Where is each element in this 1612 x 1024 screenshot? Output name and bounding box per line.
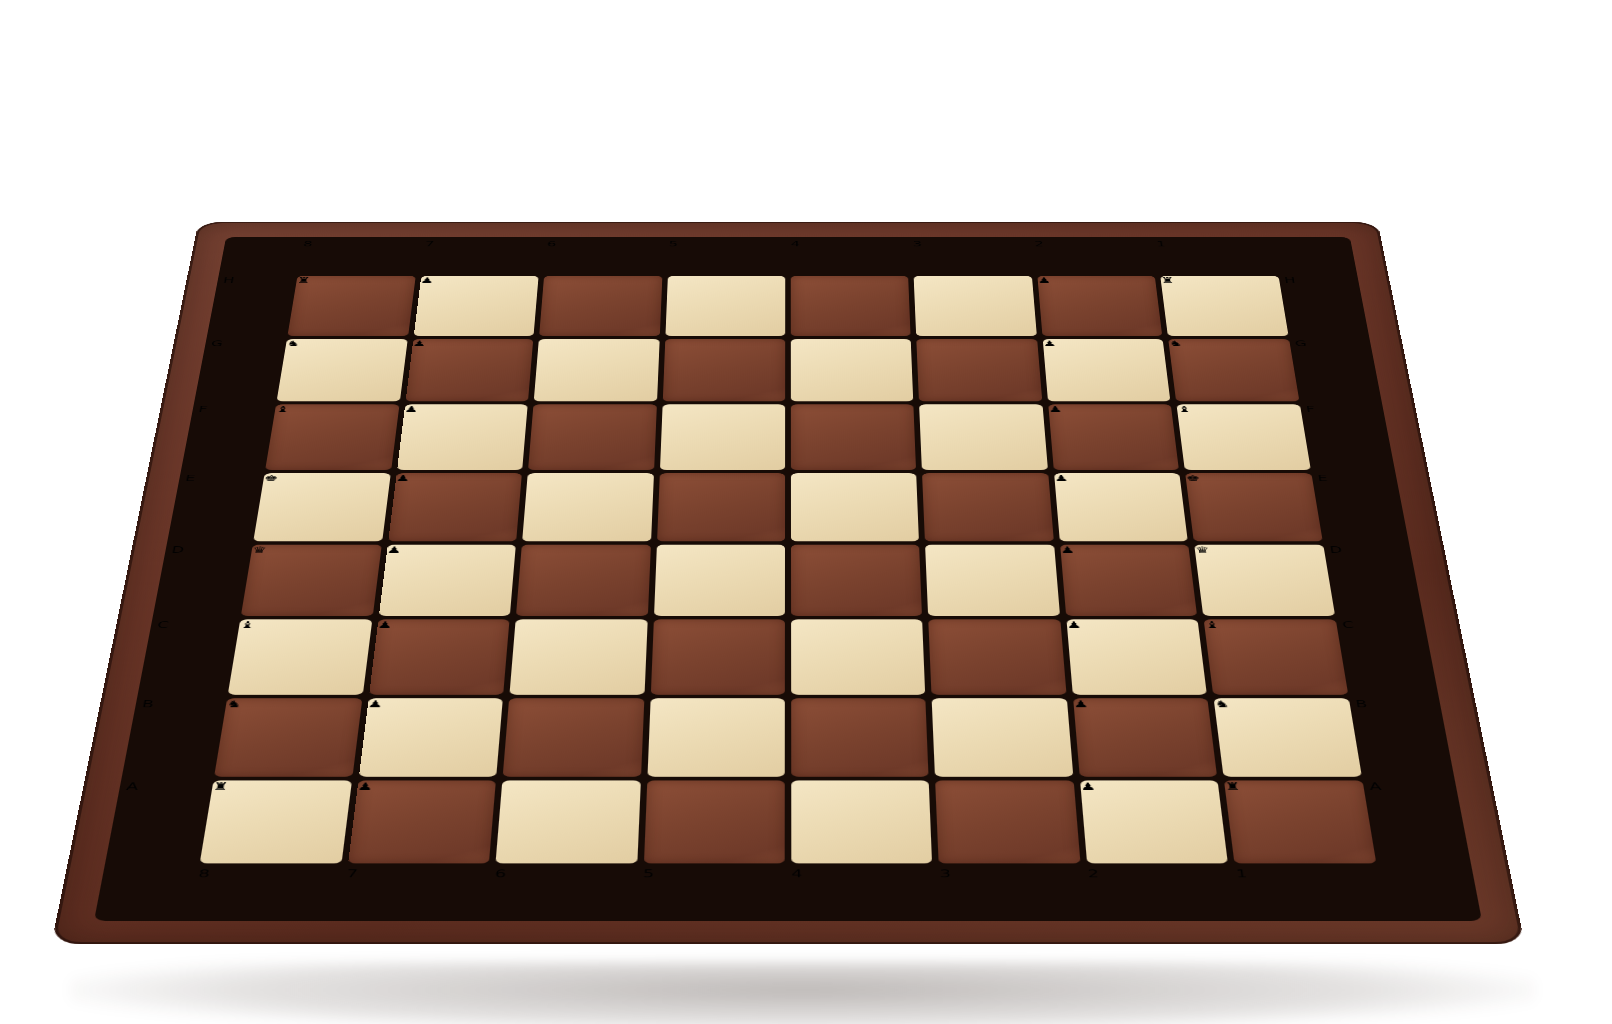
left-band-file-g: G <box>200 339 282 402</box>
square-a1[interactable]: ♜ <box>1224 781 1376 864</box>
rank-label-5: 5 <box>643 867 785 880</box>
square-h1[interactable]: ♜ <box>1160 276 1288 336</box>
rank-label-6: 6 <box>547 240 664 249</box>
square-e3[interactable] <box>922 473 1053 541</box>
square-e2[interactable]: ♟ <box>1054 473 1188 541</box>
square-f7[interactable]: ♟ <box>397 404 528 469</box>
square-d5[interactable] <box>654 545 785 617</box>
rank-label-1: 1 <box>1235 867 1378 880</box>
rank-label-5: 5 <box>669 240 786 249</box>
file-label-f: F <box>1305 404 1378 414</box>
band-corner <box>1278 240 1352 274</box>
square-f6[interactable] <box>528 404 656 469</box>
square-g7[interactable]: ♟ <box>405 339 533 402</box>
square-e7[interactable]: ♟ <box>388 473 522 541</box>
square-b3[interactable] <box>932 698 1073 777</box>
black-knight[interactable]: ♞ <box>286 339 301 348</box>
square-b5[interactable] <box>647 698 785 777</box>
black-queen[interactable]: ♛ <box>251 545 267 555</box>
square-c4[interactable] <box>791 620 926 695</box>
square-a4[interactable] <box>791 781 932 864</box>
band-corner <box>101 867 192 917</box>
black-knight[interactable]: ♞ <box>226 698 243 709</box>
square-d1[interactable]: ♛ <box>1194 545 1334 617</box>
rank-label-2: 2 <box>1087 867 1230 880</box>
square-g2[interactable]: ♟ <box>1043 339 1171 402</box>
square-a8[interactable]: ♜ <box>200 781 352 864</box>
bottom-band-rank-7: 7 <box>341 867 489 917</box>
square-a7[interactable]: ♟ <box>348 781 496 864</box>
top-band-rank-5: 5 <box>668 240 786 274</box>
square-c5[interactable] <box>650 620 784 695</box>
right-band-file-c: C <box>1341 620 1432 695</box>
left-band-file-h: H <box>213 276 293 336</box>
square-f3[interactable] <box>919 404 1047 469</box>
square-a3[interactable] <box>936 781 1081 864</box>
white-pawn[interactable]: ♟ <box>1054 473 1069 483</box>
square-g4[interactable] <box>791 339 914 402</box>
white-knight[interactable]: ♞ <box>1214 698 1231 709</box>
piece-shadow <box>395 473 396 483</box>
square-d6[interactable] <box>516 545 650 617</box>
chess-board: 87654321H♜♟♟♜HG♞♟♟♞GF♝♟♟♝FE♚♟♟♚ED♛♟♟♛DC♝… <box>51 222 1525 944</box>
white-pawn[interactable]: ♟ <box>1060 545 1075 555</box>
rank-label-8: 8 <box>302 240 420 249</box>
rank-label-4: 4 <box>791 867 933 880</box>
left-band-file-e: E <box>173 473 259 541</box>
square-h4[interactable] <box>791 276 911 336</box>
black-pawn[interactable]: ♟ <box>404 404 419 414</box>
square-h5[interactable] <box>665 276 785 336</box>
left-band-file-f: F <box>187 404 271 469</box>
white-knight[interactable]: ♞ <box>1168 339 1183 348</box>
right-band-file-a: A <box>1368 781 1464 864</box>
rank-label-6: 6 <box>494 867 636 880</box>
file-label-h: H <box>1284 276 1354 285</box>
file-label-a: A <box>125 781 207 793</box>
square-g6[interactable] <box>534 339 659 402</box>
square-b4[interactable] <box>791 698 929 777</box>
square-e6[interactable] <box>522 473 653 541</box>
top-band-rank-1: 1 <box>1156 240 1278 274</box>
left-band-file-a: A <box>112 781 208 864</box>
white-rook[interactable]: ♜ <box>1224 781 1241 793</box>
square-d3[interactable] <box>925 545 1059 617</box>
square-f5[interactable] <box>660 404 786 469</box>
top-band-rank-6: 6 <box>545 240 664 274</box>
square-f8[interactable]: ♝ <box>266 404 400 469</box>
file-label-a: A <box>1368 781 1450 793</box>
square-b8[interactable]: ♞ <box>215 698 363 777</box>
file-label-d: D <box>1329 545 1405 555</box>
square-c8[interactable]: ♝ <box>228 620 372 695</box>
bottom-band-rank-2: 2 <box>1087 867 1235 917</box>
right-band-file-f: F <box>1305 404 1389 469</box>
rank-label-3: 3 <box>912 240 1029 249</box>
white-queen[interactable]: ♛ <box>1194 545 1210 555</box>
file-label-e: E <box>184 473 259 483</box>
black-king[interactable]: ♚ <box>263 473 279 483</box>
square-c7[interactable]: ♟ <box>369 620 510 695</box>
black-rook[interactable]: ♜ <box>296 276 311 285</box>
square-h7[interactable]: ♟ <box>414 276 539 336</box>
white-pawn[interactable]: ♟ <box>1048 404 1063 414</box>
square-d7[interactable]: ♟ <box>379 545 516 617</box>
square-b6[interactable] <box>503 698 644 777</box>
white-pawn[interactable]: ♟ <box>1066 620 1082 631</box>
rank-label-4: 4 <box>791 240 908 249</box>
bottom-band-rank-4: 4 <box>791 867 934 917</box>
white-pawn[interactable]: ♟ <box>1080 781 1096 793</box>
square-e1[interactable]: ♚ <box>1185 473 1322 541</box>
right-band-file-g: G <box>1294 339 1376 402</box>
file-label-b: B <box>141 698 221 709</box>
rank-label-2: 2 <box>1034 240 1151 249</box>
file-label-g: G <box>210 339 281 348</box>
square-g1[interactable]: ♞ <box>1168 339 1299 402</box>
white-pawn[interactable]: ♟ <box>1037 276 1051 285</box>
rank-label-7: 7 <box>425 240 542 249</box>
square-e4[interactable] <box>791 473 919 541</box>
black-pawn[interactable]: ♟ <box>357 781 374 793</box>
square-c3[interactable] <box>929 620 1067 695</box>
square-g3[interactable] <box>917 339 1042 402</box>
square-g5[interactable] <box>662 339 785 402</box>
top-band-rank-7: 7 <box>421 240 541 274</box>
band-corner <box>1383 867 1474 917</box>
white-pawn[interactable]: ♟ <box>1073 698 1089 709</box>
left-band-file-b: B <box>128 698 221 777</box>
black-pawn[interactable]: ♟ <box>395 473 410 483</box>
board-grid: 87654321H♜♟♟♜HG♞♟♟♞GF♝♟♟♝FE♚♟♟♚ED♛♟♟♛DC♝… <box>94 237 1482 921</box>
square-f2[interactable]: ♟ <box>1048 404 1179 469</box>
white-rook[interactable]: ♜ <box>1160 276 1174 285</box>
right-band-file-h: H <box>1284 276 1364 336</box>
square-d4[interactable] <box>791 545 922 617</box>
square-b1[interactable]: ♞ <box>1214 698 1362 777</box>
white-bishop[interactable]: ♝ <box>1204 620 1220 631</box>
rank-label-8: 8 <box>197 867 340 880</box>
square-c2[interactable]: ♟ <box>1066 620 1207 695</box>
square-f4[interactable] <box>791 404 917 469</box>
file-label-h: H <box>222 276 292 285</box>
file-label-d: D <box>171 545 247 555</box>
right-band-file-e: E <box>1317 473 1403 541</box>
square-h3[interactable] <box>914 276 1037 336</box>
square-f1[interactable]: ♝ <box>1177 404 1311 469</box>
square-h2[interactable]: ♟ <box>1037 276 1162 336</box>
top-band-rank-2: 2 <box>1034 240 1154 274</box>
left-band-file-c: C <box>144 620 235 695</box>
black-bishop[interactable]: ♝ <box>275 404 290 414</box>
square-d2[interactable]: ♟ <box>1060 545 1197 617</box>
square-b7[interactable]: ♟ <box>359 698 503 777</box>
black-bishop[interactable]: ♝ <box>239 620 255 631</box>
white-bishop[interactable]: ♝ <box>1177 404 1192 414</box>
piece-shadow <box>1185 473 1186 483</box>
black-pawn[interactable]: ♟ <box>412 339 427 348</box>
black-pawn[interactable]: ♟ <box>367 698 383 709</box>
bottom-band-rank-3: 3 <box>939 867 1084 917</box>
file-label-g: G <box>1294 339 1365 348</box>
bottom-band-rank-1: 1 <box>1235 867 1385 917</box>
piece-shadow <box>1054 473 1055 483</box>
square-h8[interactable]: ♜ <box>288 276 416 336</box>
square-e8[interactable]: ♚ <box>254 473 391 541</box>
file-label-c: C <box>156 620 234 631</box>
square-g8[interactable]: ♞ <box>277 339 408 402</box>
square-e5[interactable] <box>657 473 785 541</box>
square-h6[interactable] <box>539 276 662 336</box>
file-label-e: E <box>1317 473 1392 483</box>
square-b2[interactable]: ♟ <box>1073 698 1217 777</box>
board-rim: 87654321H♜♟♟♜HG♞♟♟♞GF♝♟♟♝FE♚♟♟♚ED♛♟♟♛DC♝… <box>51 222 1525 944</box>
rank-label-7: 7 <box>346 867 489 880</box>
square-d8[interactable]: ♛ <box>241 545 381 617</box>
top-band-rank-3: 3 <box>912 240 1031 274</box>
file-label-c: C <box>1341 620 1419 631</box>
black-rook[interactable]: ♜ <box>212 781 229 793</box>
right-band-file-b: B <box>1355 698 1448 777</box>
square-a6[interactable] <box>496 781 641 864</box>
bottom-band-rank-8: 8 <box>191 867 341 917</box>
square-a5[interactable] <box>644 781 785 864</box>
scene: 87654321H♜♟♟♜HG♞♟♟♞GF♝♟♟♝FE♚♟♟♚ED♛♟♟♛DC♝… <box>0 0 1612 1024</box>
bottom-band-rank-5: 5 <box>641 867 784 917</box>
rank-label-3: 3 <box>939 867 1081 880</box>
top-band-rank-8: 8 <box>298 240 420 274</box>
square-c1[interactable]: ♝ <box>1204 620 1348 695</box>
board-shadow <box>70 962 1535 1024</box>
left-band-file-d: D <box>159 545 247 617</box>
black-pawn[interactable]: ♟ <box>420 276 434 285</box>
white-pawn[interactable]: ♟ <box>1043 339 1057 348</box>
file-label-f: F <box>198 404 271 414</box>
top-band-rank-4: 4 <box>791 240 909 274</box>
white-king[interactable]: ♚ <box>1185 473 1200 483</box>
square-c6[interactable] <box>510 620 648 695</box>
right-band-file-d: D <box>1329 545 1417 617</box>
rank-label-1: 1 <box>1156 240 1274 249</box>
square-a2[interactable]: ♟ <box>1080 781 1228 864</box>
black-pawn[interactable]: ♟ <box>386 545 402 555</box>
piece-shadow <box>263 473 265 483</box>
file-label-b: B <box>1355 698 1435 709</box>
black-pawn[interactable]: ♟ <box>377 620 393 631</box>
bottom-band-rank-6: 6 <box>491 867 636 917</box>
band-corner <box>225 240 299 274</box>
